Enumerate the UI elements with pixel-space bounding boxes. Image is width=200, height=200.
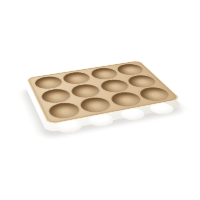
muffin-cup [77,96,114,115]
muffin-cup [136,85,173,102]
product-photo [0,0,200,200]
muffin-cup [46,101,83,121]
